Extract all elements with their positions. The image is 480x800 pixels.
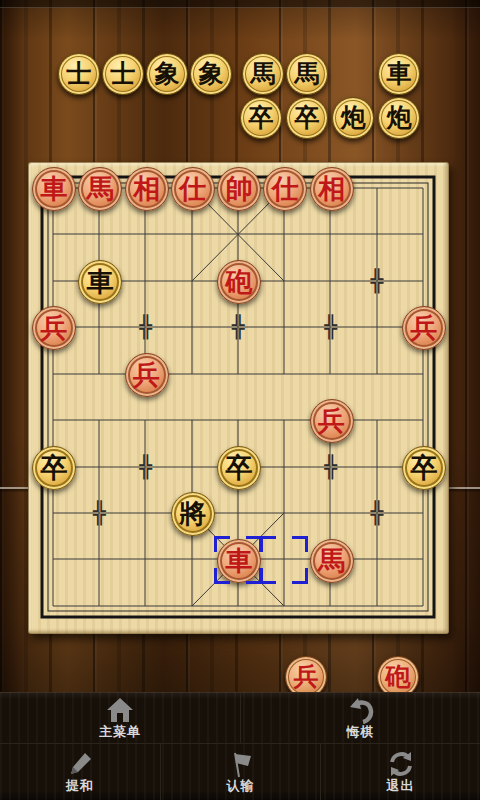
top-screen-edge [0, 0, 480, 8]
main-menu-button[interactable]: 主菜单 [0, 693, 240, 743]
piece-red-soldier[interactable]: 兵 [32, 306, 76, 350]
bottom-toolbar: 主菜单 悔棋 提和 认输 [0, 692, 480, 800]
resign-button[interactable]: 认输 [160, 744, 320, 800]
last-move-to-marker [214, 536, 262, 584]
offer-draw-label: 提和 [66, 778, 94, 794]
piece-red-horse[interactable]: 馬 [310, 539, 354, 583]
refresh-icon [387, 750, 415, 778]
xiangqi-app-screen: { "game": "xiangqi (Chinese chess)", "po… [0, 0, 480, 800]
captured-piece-black: 士 [102, 53, 144, 95]
captured-piece-black: 炮 [378, 97, 420, 139]
point-marker: ╬ [87, 501, 111, 525]
captured-piece-black: 卒 [286, 97, 328, 139]
piece-red-cannon[interactable]: 砲 [217, 260, 261, 304]
captured-piece-black: 士 [58, 53, 100, 95]
piece-black-soldier[interactable]: 卒 [217, 446, 261, 490]
last-move-from-marker [260, 536, 308, 584]
flag-icon [227, 750, 255, 778]
undo-move-button[interactable]: 悔棋 [240, 693, 480, 743]
piece-red-soldier[interactable]: 兵 [125, 353, 169, 397]
piece-black-general[interactable]: 將 [171, 492, 215, 536]
toolbar-row-2: 提和 认输 退出 [0, 744, 480, 800]
point-marker: ╬ [226, 315, 250, 339]
captured-piece-black: 象 [146, 53, 188, 95]
point-marker: ╬ [365, 269, 389, 293]
point-marker: ╬ [365, 501, 389, 525]
piece-black-chariot[interactable]: 車 [78, 260, 122, 304]
piece-red-soldier[interactable]: 兵 [402, 306, 446, 350]
captured-piece-black: 車 [378, 53, 420, 95]
point-marker: ╬ [134, 315, 158, 339]
piece-black-soldier[interactable]: 卒 [32, 446, 76, 490]
captured-piece-black: 卒 [240, 97, 282, 139]
exit-button[interactable]: 退出 [320, 744, 480, 800]
piece-red-elephant[interactable]: 相 [310, 167, 354, 211]
piece-red-advisor[interactable]: 仕 [171, 167, 215, 211]
point-marker: ╬ [319, 315, 343, 339]
main-menu-label: 主菜单 [99, 724, 141, 740]
toolbar-row-1: 主菜单 悔棋 [0, 693, 480, 744]
point-marker: ╬ [319, 455, 343, 479]
captured-piece-black: 馬 [242, 53, 284, 95]
xiangqi-board[interactable]: ╬╬╬╬╬╬╬╬車馬相仕帥仕相車砲兵兵兵兵卒卒卒將車馬 [28, 162, 449, 634]
captured-piece-black: 象 [190, 53, 232, 95]
piece-red-horse[interactable]: 馬 [78, 167, 122, 211]
captured-piece-black: 馬 [286, 53, 328, 95]
offer-draw-button[interactable]: 提和 [0, 744, 160, 800]
undo-icon [345, 696, 377, 724]
piece-red-soldier[interactable]: 兵 [310, 399, 354, 443]
point-marker: ╬ [134, 455, 158, 479]
piece-black-soldier[interactable]: 卒 [402, 446, 446, 490]
resign-label: 认输 [227, 778, 255, 794]
piece-red-chariot[interactable]: 車 [32, 167, 76, 211]
piece-red-advisor[interactable]: 仕 [263, 167, 307, 211]
home-icon [105, 696, 135, 724]
pencil-icon [66, 750, 94, 778]
captured-piece-black: 炮 [332, 97, 374, 139]
piece-red-elephant[interactable]: 相 [125, 167, 169, 211]
piece-red-general[interactable]: 帥 [217, 167, 261, 211]
undo-move-label: 悔棋 [347, 724, 375, 740]
exit-label: 退出 [387, 778, 415, 794]
